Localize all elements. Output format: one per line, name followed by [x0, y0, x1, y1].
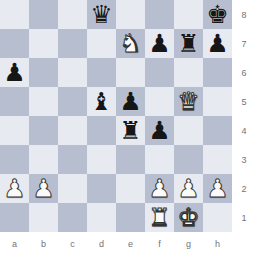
square-g3[interactable]	[174, 145, 203, 174]
square-a2[interactable]: ♟	[0, 174, 29, 203]
white-queen-icon[interactable]: ♛	[177, 87, 199, 116]
rank-label-3: 3	[232, 145, 256, 174]
rank-label-8: 8	[232, 0, 256, 29]
square-c4[interactable]	[58, 116, 87, 145]
square-b8[interactable]	[29, 0, 58, 29]
square-c5[interactable]	[58, 87, 87, 116]
file-coordinates: abcdefgh	[0, 232, 232, 256]
square-c2[interactable]	[58, 174, 87, 203]
rank-label-7: 7	[232, 29, 256, 58]
rank-label-1: 1	[232, 203, 256, 232]
file-label-b: b	[29, 232, 58, 256]
square-e6[interactable]	[116, 58, 145, 87]
black-pawn-icon[interactable]: ♟	[148, 116, 170, 145]
square-c1[interactable]	[58, 203, 87, 232]
square-e1[interactable]	[116, 203, 145, 232]
file-label-g: g	[174, 232, 203, 256]
square-h1[interactable]	[203, 203, 232, 232]
square-a8[interactable]	[0, 0, 29, 29]
white-king-icon[interactable]: ♚	[177, 203, 199, 232]
square-d8[interactable]: ♛	[87, 0, 116, 29]
square-c8[interactable]	[58, 0, 87, 29]
square-g4[interactable]	[174, 116, 203, 145]
square-e5[interactable]: ♟	[116, 87, 145, 116]
square-f8[interactable]	[145, 0, 174, 29]
square-b3[interactable]	[29, 145, 58, 174]
square-d6[interactable]	[87, 58, 116, 87]
square-a6[interactable]: ♟	[0, 58, 29, 87]
square-a4[interactable]	[0, 116, 29, 145]
square-d1[interactable]	[87, 203, 116, 232]
file-label-d: d	[87, 232, 116, 256]
square-g2[interactable]: ♟	[174, 174, 203, 203]
black-king-icon[interactable]: ♚	[206, 0, 228, 29]
square-b5[interactable]	[29, 87, 58, 116]
white-pawn-icon[interactable]: ♟	[177, 174, 199, 203]
square-e3[interactable]	[116, 145, 145, 174]
square-b1[interactable]	[29, 203, 58, 232]
square-c6[interactable]	[58, 58, 87, 87]
square-b4[interactable]	[29, 116, 58, 145]
square-e4[interactable]: ♜	[116, 116, 145, 145]
square-g5[interactable]: ♛	[174, 87, 203, 116]
square-g6[interactable]	[174, 58, 203, 87]
white-pawn-icon[interactable]: ♟	[206, 174, 228, 203]
square-b6[interactable]	[29, 58, 58, 87]
rank-label-2: 2	[232, 174, 256, 203]
chess-board: ♛♚♞♟♜♟♟♝♟♛♜♟♟♟♟♟♟♜♚	[0, 0, 232, 232]
black-rook-icon[interactable]: ♜	[177, 29, 199, 58]
rank-coordinates: 87654321	[232, 0, 256, 232]
square-a1[interactable]	[0, 203, 29, 232]
white-pawn-icon[interactable]: ♟	[32, 174, 54, 203]
square-b7[interactable]	[29, 29, 58, 58]
square-b2[interactable]: ♟	[29, 174, 58, 203]
square-e7[interactable]: ♞	[116, 29, 145, 58]
square-h4[interactable]	[203, 116, 232, 145]
black-pawn-icon[interactable]: ♟	[3, 58, 25, 87]
square-d5[interactable]: ♝	[87, 87, 116, 116]
file-label-c: c	[58, 232, 87, 256]
black-bishop-icon[interactable]: ♝	[90, 87, 112, 116]
corner-spacer	[232, 232, 256, 256]
file-label-h: h	[203, 232, 232, 256]
square-f4[interactable]: ♟	[145, 116, 174, 145]
chess-diagram: ♛♚♞♟♜♟♟♝♟♛♜♟♟♟♟♟♟♜♚ 87654321 abcdefgh	[0, 0, 256, 256]
square-f7[interactable]: ♟	[145, 29, 174, 58]
square-e8[interactable]	[116, 0, 145, 29]
rank-label-6: 6	[232, 58, 256, 87]
file-label-a: a	[0, 232, 29, 256]
square-h8[interactable]: ♚	[203, 0, 232, 29]
square-d2[interactable]	[87, 174, 116, 203]
square-d3[interactable]	[87, 145, 116, 174]
square-h3[interactable]	[203, 145, 232, 174]
white-pawn-icon[interactable]: ♟	[3, 174, 25, 203]
file-label-e: e	[116, 232, 145, 256]
square-f3[interactable]	[145, 145, 174, 174]
square-d4[interactable]	[87, 116, 116, 145]
black-pawn-icon[interactable]: ♟	[206, 29, 228, 58]
square-h7[interactable]: ♟	[203, 29, 232, 58]
white-rook-icon[interactable]: ♜	[148, 203, 170, 232]
square-h2[interactable]: ♟	[203, 174, 232, 203]
black-pawn-icon[interactable]: ♟	[119, 87, 141, 116]
rank-label-4: 4	[232, 116, 256, 145]
square-c3[interactable]	[58, 145, 87, 174]
file-label-f: f	[145, 232, 174, 256]
square-h5[interactable]	[203, 87, 232, 116]
black-pawn-icon[interactable]: ♟	[148, 29, 170, 58]
square-g8[interactable]	[174, 0, 203, 29]
square-g7[interactable]: ♜	[174, 29, 203, 58]
white-pawn-icon[interactable]: ♟	[148, 174, 170, 203]
square-f6[interactable]	[145, 58, 174, 87]
black-rook-icon[interactable]: ♜	[119, 116, 141, 145]
square-a3[interactable]	[0, 145, 29, 174]
square-g1[interactable]: ♚	[174, 203, 203, 232]
square-h6[interactable]	[203, 58, 232, 87]
square-f2[interactable]: ♟	[145, 174, 174, 203]
square-f5[interactable]	[145, 87, 174, 116]
rank-label-5: 5	[232, 87, 256, 116]
square-d7[interactable]	[87, 29, 116, 58]
square-a5[interactable]	[0, 87, 29, 116]
square-c7[interactable]	[58, 29, 87, 58]
square-e2[interactable]	[116, 174, 145, 203]
white-knight-icon[interactable]: ♞	[119, 29, 141, 58]
black-queen-icon[interactable]: ♛	[90, 0, 112, 29]
square-a7[interactable]	[0, 29, 29, 58]
square-f1[interactable]: ♜	[145, 203, 174, 232]
